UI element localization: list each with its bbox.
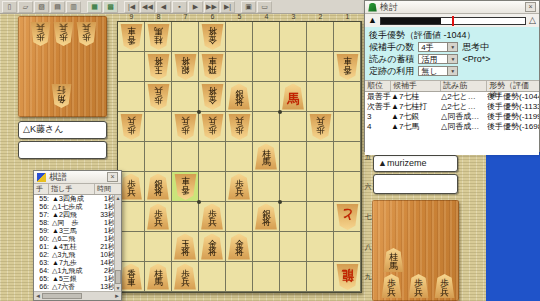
piece-金将-gote[interactable]: 金将 (201, 84, 224, 110)
board-square-7七[interactable] (172, 202, 199, 232)
board-square-2二[interactable] (307, 52, 334, 82)
board-square-6二[interactable]: 飛車 (199, 52, 226, 82)
kifu-table-header: 手数 指し手 時間 (34, 184, 121, 195)
board-square-3五[interactable] (280, 142, 307, 172)
candidate-cell: 後手優勢(-1698) (487, 122, 539, 132)
board-square-1五[interactable] (334, 142, 361, 172)
board-square-3八[interactable] (280, 232, 307, 262)
kifu-window: 棋譜 × 手数 指し手 時間 55:▲3四角成1秒56:△1七歩成1秒57:▲2… (33, 170, 122, 301)
candidate-cell: ▲7七桂 (391, 92, 441, 102)
kifu-cell: 1秒 (98, 219, 115, 227)
evaluation-bar-fill (381, 18, 442, 24)
board-square-6五[interactable] (199, 142, 226, 172)
candidate-cell: ▲7七銀 (391, 112, 441, 122)
kifu-cell: ▲2四飛 (50, 211, 98, 219)
board-square-1一[interactable] (334, 22, 361, 52)
board-square-3九[interactable] (280, 262, 307, 292)
board-square-3六[interactable] (280, 172, 307, 202)
candidate-cell: 4 (365, 122, 391, 132)
piece-玉将-gote[interactable]: 玉将 (147, 54, 170, 80)
board-square-3二[interactable] (280, 52, 307, 82)
kifu-window-icon (37, 173, 46, 182)
kifu-cell: △3九飛 (50, 251, 98, 259)
kifu-cell: ▲4五桂 (50, 243, 98, 251)
thinking-status: 思考中 (462, 41, 489, 53)
candidate-cell: △2七と… (441, 92, 487, 102)
piece-銀将-sente[interactable]: 銀将 (147, 174, 170, 200)
read-accumulation-label: 読みの蓄積 (369, 53, 414, 65)
hand-piece[interactable]: 歩兵 (434, 274, 455, 298)
piece-玉将-sente[interactable]: 玉将 (174, 234, 197, 260)
kifu-cell: ▲3三馬 (50, 227, 98, 235)
analysis-window: 検討 × ▲ △ 後手優勢（評価値 -1044） 候補手の数 4手▼ 思考中 読… (364, 0, 540, 152)
board-square-6七[interactable]: 歩兵 (199, 202, 226, 232)
star-point (197, 200, 201, 204)
desktop: ▯▱▨▤▥▦▩|◀◀◀◀▪▶▶▶▶|▣▭ 歩兵歩兵歩兵角行 △K藤さん 9876… (0, 0, 540, 301)
board-square-7五[interactable] (172, 142, 199, 172)
kifu-vertical-scrollbar[interactable]: ▲ ▼ (114, 195, 121, 291)
joseki-use-dropdown[interactable]: 無し▼ (418, 66, 458, 76)
board-square-4六[interactable] (253, 172, 280, 202)
piece-歩兵-sente[interactable]: 歩兵 (228, 174, 251, 200)
file-label: 4 (253, 13, 280, 21)
kifu-cell: 55: (34, 195, 50, 203)
board-edit-button[interactable]: ▦ (87, 1, 102, 13)
file-label: 1 (334, 13, 361, 21)
board-square-3三[interactable]: 馬 (280, 82, 307, 112)
joseki-use-label: 定跡の利用 (369, 65, 414, 77)
kifu-move-row[interactable]: 64:△1九飛成2秒 (34, 267, 121, 275)
piece-桂馬-sente[interactable]: 桂馬 (255, 144, 278, 170)
board-square-6一[interactable]: 金将 (199, 22, 226, 52)
kifu-titlebar[interactable]: 棋譜 × (34, 171, 121, 184)
board-square-5四[interactable]: 歩兵 (226, 112, 253, 142)
kifu-cell: △1七歩成 (50, 203, 98, 211)
kifu-move-row[interactable]: 65:▲5三銀1秒 (34, 275, 121, 283)
board-square-9五[interactable] (118, 142, 145, 172)
board-square-9一[interactable]: 香車 (118, 22, 145, 52)
board-square-4九[interactable] (253, 262, 280, 292)
kifu-move-row[interactable]: 55:▲3四角成1秒 (34, 195, 121, 203)
kifu-cell: 66: (34, 283, 50, 291)
kifu-move-row[interactable]: 57:▲2四飛33秒 (34, 211, 121, 219)
candidate-cell: 次善手 (365, 102, 391, 112)
kifu-cell: 56: (34, 203, 50, 211)
last-move-button[interactable]: ▶| (220, 1, 235, 13)
first-move-button[interactable]: |◀ (124, 1, 139, 13)
kifu-cell: 65: (34, 275, 50, 283)
board-square-3一[interactable] (280, 22, 307, 52)
piece-飛車-gote[interactable]: 飛車 (201, 54, 224, 80)
candidate-move-row[interactable]: 最善手▲7七桂△2七と…後手優勢(-1044) (365, 92, 539, 102)
board-square-2九[interactable] (307, 262, 334, 292)
kifu-cell: 2秒 (98, 267, 115, 275)
piece-と-gote[interactable]: と (336, 204, 359, 230)
kifu-move-row[interactable]: 59:▲3三馬1秒 (34, 227, 121, 235)
open-file-button[interactable]: ▱ (18, 1, 33, 13)
hand-piece[interactable]: 歩兵 (408, 274, 429, 298)
board-grid: 香車桂馬金将玉将銀将飛車香車歩兵金将銀将馬歩兵歩兵歩兵歩兵歩兵桂馬歩兵銀将香車歩… (118, 22, 361, 292)
kifu-header-move: 指し手 (49, 184, 95, 194)
gote-mark: △ (529, 15, 536, 26)
candidate-move-row[interactable]: 4▲7七馬△同香成…後手優勢(-1698) (365, 122, 539, 132)
candidate-move-row[interactable]: 次善手▲7七桂打△2七と…後手優勢(-1133) (365, 102, 539, 112)
file-label: 9 (118, 13, 145, 21)
file-label: 5 (226, 13, 253, 21)
kifu-move-row[interactable]: 63:▲7九歩14秒 (34, 259, 121, 267)
board-square-1六[interactable] (334, 172, 361, 202)
file-coordinates: 987654321 (118, 13, 361, 21)
kifu-cell: 13秒 (98, 283, 115, 291)
kifu-header-moveno: 手数 (34, 184, 49, 194)
comment-button[interactable]: ▭ (257, 1, 272, 13)
evaluation-summary: 後手優勢（評価値 -1044） (369, 29, 535, 41)
prev-move-button[interactable]: ◀ (156, 1, 171, 13)
piece-角行-gote[interactable]: 角行 (51, 84, 72, 108)
kifu-move-row[interactable]: 58:△同 歩1秒 (34, 219, 121, 227)
kifu-move-row[interactable]: 66:△7六香13秒 (34, 283, 121, 291)
piece-金将-sente[interactable]: 金将 (201, 234, 224, 260)
board-square-9八[interactable] (118, 232, 145, 262)
board-square-9四[interactable]: 歩兵 (118, 112, 145, 142)
prev-ten-button[interactable]: ◀◀ (140, 1, 155, 13)
read-accumulation-dropdown[interactable]: 活用▼ (418, 54, 458, 64)
kifu-cell: ▲5三銀 (50, 275, 98, 283)
piece-香車-gote[interactable]: 香車 (336, 54, 359, 80)
piece-歩兵-sente[interactable]: 歩兵 (408, 274, 429, 298)
piece-銀将-sente[interactable]: 銀将 (255, 204, 278, 230)
kifu-header-time: 時間 (95, 184, 121, 194)
board-square-5三[interactable]: 銀将 (226, 82, 253, 112)
new-file-button[interactable]: ▯ (2, 1, 17, 13)
file-label: 6 (199, 13, 226, 21)
dropdown-arrow-icon[interactable]: ▼ (447, 67, 457, 75)
hand-piece[interactable]: 歩兵 (30, 22, 51, 46)
analysis-mode-button[interactable]: ▣ (241, 1, 256, 13)
candidate-cell: △2七と… (441, 102, 487, 112)
piece-金将-sente[interactable]: 金将 (228, 234, 251, 260)
piece-銀将-sente[interactable]: 銀将 (228, 84, 251, 110)
evaluation-bar (380, 17, 526, 25)
board-square-2三[interactable] (307, 82, 334, 112)
kifu-cell: △同 歩 (50, 219, 98, 227)
dropdown-arrow-icon[interactable]: ▼ (447, 43, 457, 51)
board-square-1七[interactable]: と (334, 202, 361, 232)
analysis-status-panel: 後手優勢（評価値 -1044） 候補手の数 4手▼ 思考中 読みの蓄積 活用▼ … (365, 27, 539, 81)
piece-桂馬-sente[interactable]: 桂馬 (383, 248, 404, 272)
analysis-window-icon (368, 3, 377, 12)
next-ten-button[interactable]: ▶▶ (204, 1, 219, 13)
piece-歩兵-gote[interactable]: 歩兵 (309, 114, 332, 140)
kifu-cell: 63: (34, 259, 50, 267)
board-square-6三[interactable]: 金将 (199, 82, 226, 112)
board-square-7四[interactable]: 歩兵 (172, 112, 199, 142)
board-square-8六[interactable]: 銀将 (145, 172, 172, 202)
piece-歩兵-sente[interactable]: 歩兵 (381, 274, 402, 298)
piece-歩兵-gote[interactable]: 歩兵 (201, 114, 224, 140)
board-square-8一[interactable]: 桂馬 (145, 22, 172, 52)
board-square-7九[interactable]: 歩兵 (172, 262, 199, 292)
kifu-cell: △6二飛 (50, 235, 98, 243)
piece-桂馬-sente[interactable]: 桂馬 (147, 264, 170, 290)
kifu-window-title: 棋譜 (49, 171, 107, 184)
analysis-window-title: 検討 (380, 1, 525, 14)
piece-金将-gote[interactable]: 金将 (201, 24, 224, 50)
board-square-8七[interactable]: 歩兵 (145, 202, 172, 232)
kifu-cell: 58: (34, 219, 50, 227)
kifu-cell: ▲3四角成 (50, 195, 98, 203)
piece-歩兵-gote[interactable]: 歩兵 (228, 114, 251, 140)
star-point (278, 200, 282, 204)
next-move-button[interactable]: ▶ (188, 1, 203, 13)
candidates-count-dropdown[interactable]: 4手▼ (418, 42, 458, 52)
analysis-titlebar[interactable]: 検討 × (365, 1, 539, 14)
kifu-cell: 59: (34, 227, 50, 235)
board-square-3七[interactable] (280, 202, 307, 232)
scroll-down-icon[interactable]: ▼ (115, 285, 121, 291)
star-point (197, 110, 201, 114)
flip-board-button[interactable]: ▩ (103, 1, 118, 13)
scroll-up-icon[interactable]: ▲ (115, 195, 121, 201)
hand-piece[interactable]: 歩兵 (381, 274, 402, 298)
kifu-cell: 1秒 (98, 203, 115, 211)
shogi-board: 香車桂馬金将玉将銀将飛車香車歩兵金将銀将馬歩兵歩兵歩兵歩兵歩兵桂馬歩兵銀将香車歩… (117, 21, 362, 293)
board-square-5二[interactable] (226, 52, 253, 82)
rank-label: 六 (363, 172, 373, 202)
engine-label: <Pro*> (462, 53, 490, 65)
board-square-1八[interactable] (334, 232, 361, 262)
board-square-2五[interactable] (307, 142, 334, 172)
evaluation-bar-marker (452, 16, 454, 26)
piece-歩兵-sente[interactable]: 歩兵 (120, 174, 143, 200)
board-square-6四[interactable]: 歩兵 (199, 112, 226, 142)
board-square-4八[interactable] (253, 232, 280, 262)
board-square-2四[interactable]: 歩兵 (307, 112, 334, 142)
board-square-7三[interactable] (172, 82, 199, 112)
board-square-4七[interactable]: 銀将 (253, 202, 280, 232)
kifu-cell: 1秒 (98, 275, 115, 283)
piece-香車-sente[interactable]: 香車 (120, 264, 143, 290)
piece-龍-gote[interactable]: 龍 (336, 264, 359, 290)
kifu-move-row[interactable]: 62:△3九飛10秒 (34, 251, 121, 259)
kifu-cell: 1秒 (98, 235, 115, 243)
kifu-cell: 61: (34, 243, 50, 251)
board-square-5五[interactable] (226, 142, 253, 172)
piece-歩兵-gote[interactable]: 歩兵 (76, 22, 97, 46)
board-square-2七[interactable] (307, 202, 334, 232)
board-square-4二[interactable] (253, 52, 280, 82)
kifu-close-button[interactable]: × (107, 172, 118, 182)
candidates-count-label: 候補手の数 (369, 41, 414, 53)
hand-piece[interactable]: 歩兵 (76, 22, 97, 46)
board-square-5六[interactable]: 歩兵 (226, 172, 253, 202)
stop-button[interactable]: ▪ (172, 1, 187, 13)
scroll-left-icon[interactable]: ◄ (34, 293, 42, 300)
candidate-table-header: 順位 候補手 読み筋 形勢（評価値） (365, 81, 539, 92)
board-square-4五[interactable]: 桂馬 (253, 142, 280, 172)
candidate-cell: ▲7七桂打 (391, 102, 441, 112)
board-square-8八[interactable] (145, 232, 172, 262)
kifu-cell: 1秒 (98, 195, 115, 203)
copy-kifu-button[interactable]: ▥ (66, 1, 81, 13)
star-point (278, 110, 282, 114)
board-square-7八[interactable]: 玉将 (172, 232, 199, 262)
kifu-cell: 60: (34, 235, 50, 243)
kifu-cell: 1秒 (98, 227, 115, 235)
board-square-8三[interactable]: 歩兵 (145, 82, 172, 112)
board-square-8四[interactable] (145, 112, 172, 142)
sente-mark: ▲ (368, 15, 377, 26)
kifu-cell: 21秒 (98, 243, 115, 251)
piece-歩兵-gote[interactable]: 歩兵 (174, 114, 197, 140)
candidate-cell: 3 (365, 112, 391, 122)
kifu-move-row[interactable]: 61:▲4五桂21秒 (34, 243, 121, 251)
board-square-4一[interactable] (253, 22, 280, 52)
board-square-9六[interactable]: 歩兵 (118, 172, 145, 202)
piece-歩兵-sente[interactable]: 歩兵 (434, 274, 455, 298)
dropdown-arrow-icon[interactable]: ▼ (447, 55, 457, 63)
piece-桂馬-gote[interactable]: 桂馬 (147, 24, 170, 50)
board-square-2六[interactable] (307, 172, 334, 202)
kifu-cell: 33秒 (98, 211, 115, 219)
kifu-cell: 64: (34, 267, 50, 275)
kifu-cell: 14秒 (98, 259, 115, 267)
save-button[interactable]: ▨ (34, 1, 49, 13)
file-label: 2 (307, 13, 334, 21)
board-square-7六[interactable]: 香車 (172, 172, 199, 202)
gote-time-box (18, 141, 107, 159)
board-square-9三[interactable] (118, 82, 145, 112)
board-square-8五[interactable] (145, 142, 172, 172)
piece-歩兵-gote[interactable]: 歩兵 (147, 84, 170, 110)
piece-香車-gote[interactable]: 香車 (120, 24, 143, 50)
candidate-cell: △同香成… (441, 112, 487, 122)
board-square-1三[interactable] (334, 82, 361, 112)
candidate-cell: 後手優勢(-1199) (487, 112, 539, 122)
kifu-hscroll-thumb[interactable] (42, 293, 82, 299)
board-square-5七[interactable] (226, 202, 253, 232)
board-square-2八[interactable] (307, 232, 334, 262)
board-square-8二[interactable]: 玉将 (145, 52, 172, 82)
gote-captured-pieces-stand: 歩兵歩兵歩兵角行 (18, 16, 107, 117)
board-square-6九[interactable] (199, 262, 226, 292)
file-label: 7 (172, 13, 199, 21)
kifu-cell: △7六香 (50, 283, 98, 291)
board-square-5八[interactable]: 金将 (226, 232, 253, 262)
kifu-cell: ▲7九歩 (50, 259, 98, 267)
piece-香車-gote[interactable]: 香車 (174, 174, 197, 200)
sente-time-box (373, 174, 458, 194)
kifu-vscroll-thumb[interactable] (115, 270, 121, 284)
candidate-cell: 最善手 (365, 92, 391, 102)
evaluation-bar-row: ▲ △ (365, 14, 539, 27)
board-square-9九[interactable]: 香車 (118, 262, 145, 292)
piece-馬-sente[interactable]: 馬 (282, 84, 305, 110)
kifu-cell: 10秒 (98, 251, 115, 259)
board-square-5一[interactable] (226, 22, 253, 52)
board-square-9二[interactable] (118, 52, 145, 82)
piece-歩兵-sente[interactable]: 歩兵 (201, 204, 224, 230)
board-square-2一[interactable] (307, 22, 334, 52)
piece-歩兵-sente[interactable]: 歩兵 (174, 264, 197, 290)
board-square-6八[interactable]: 金将 (199, 232, 226, 262)
piece-歩兵-sente[interactable]: 歩兵 (147, 204, 170, 230)
hand-piece[interactable]: 桂馬 (383, 248, 404, 272)
board-square-9七[interactable] (118, 202, 145, 232)
kifu-horizontal-scrollbar[interactable]: ◄ ► (34, 292, 121, 300)
candidate-cell: 後手優勢(-1044) (487, 92, 539, 102)
board-square-8九[interactable]: 桂馬 (145, 262, 172, 292)
kifu-cell: 57: (34, 211, 50, 219)
kifu-move-row[interactable]: 60:△6二飛1秒 (34, 235, 121, 243)
print-button[interactable]: ▤ (50, 1, 65, 13)
piece-歩兵-gote[interactable]: 歩兵 (120, 114, 143, 140)
scroll-right-icon[interactable]: ► (113, 293, 121, 300)
board-square-6六[interactable] (199, 172, 226, 202)
candidate-move-row[interactable]: 3▲7七銀△同香成…後手優勢(-1199) (365, 112, 539, 122)
piece-歩兵-gote[interactable]: 歩兵 (30, 22, 51, 46)
candidate-cell: 後手優勢(-1133) (487, 102, 539, 112)
board-square-7一[interactable] (172, 22, 199, 52)
file-label: 8 (145, 13, 172, 21)
board-square-4三[interactable] (253, 82, 280, 112)
hand-piece[interactable]: 歩兵 (53, 22, 74, 46)
piece-銀将-gote[interactable]: 銀将 (174, 54, 197, 80)
board-square-1九[interactable]: 龍 (334, 262, 361, 292)
board-square-3四[interactable] (280, 112, 307, 142)
kifu-cell: 62: (34, 251, 50, 259)
kifu-cell: △1九飛成 (50, 267, 98, 275)
board-square-5九[interactable] (226, 262, 253, 292)
hand-piece[interactable]: 角行 (51, 84, 72, 108)
board-square-7二[interactable]: 銀将 (172, 52, 199, 82)
candidate-cell: ▲7七馬 (391, 122, 441, 132)
gote-player-name: △K藤さん (18, 121, 107, 139)
kifu-move-list[interactable]: 55:▲3四角成1秒56:△1七歩成1秒57:▲2四飛33秒58:△同 歩1秒5… (34, 195, 121, 292)
sente-player-name: ▲murizeme (373, 155, 458, 172)
candidate-moves-table: 順位 候補手 読み筋 形勢（評価値） 最善手▲7七桂△2七と…後手優勢(-104… (365, 81, 539, 155)
sente-captured-pieces-stand: 桂馬歩兵歩兵歩兵 (372, 200, 459, 301)
board-square-1二[interactable]: 香車 (334, 52, 361, 82)
candidate-cell: △同香成… (441, 122, 487, 132)
piece-歩兵-gote[interactable]: 歩兵 (53, 22, 74, 46)
file-label: 3 (280, 13, 307, 21)
kifu-move-row[interactable]: 56:△1七歩成1秒 (34, 203, 121, 211)
analysis-close-button[interactable]: × (525, 2, 536, 12)
board-square-4四[interactable] (253, 112, 280, 142)
board-square-1四[interactable] (334, 112, 361, 142)
